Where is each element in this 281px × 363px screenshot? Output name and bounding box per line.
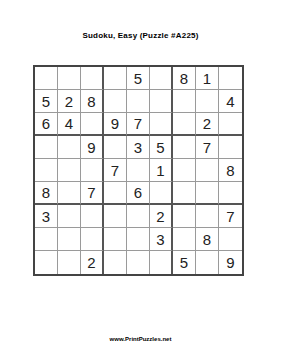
cell-r1c5: 5 (127, 67, 150, 90)
cell-r6c9 (219, 182, 242, 205)
cell-r7c7 (173, 205, 196, 228)
cell-r7c3 (81, 205, 104, 228)
cell-r8c1 (35, 228, 58, 251)
cell-r4c7 (173, 136, 196, 159)
cell-r9c2 (58, 251, 81, 274)
cell-r8c5 (127, 228, 150, 251)
cell-r4c4 (104, 136, 127, 159)
cell-r6c3: 7 (81, 182, 104, 205)
cell-r6c4 (104, 182, 127, 205)
cell-r3c9 (219, 113, 242, 136)
cell-r7c8 (196, 205, 219, 228)
cell-r7c5 (127, 205, 150, 228)
cell-r5c8 (196, 159, 219, 182)
cell-r3c6 (150, 113, 173, 136)
cell-r5c6: 1 (150, 159, 173, 182)
cell-r8c6: 3 (150, 228, 173, 251)
cell-r7c2 (58, 205, 81, 228)
cell-r5c7 (173, 159, 196, 182)
cell-r8c8: 8 (196, 228, 219, 251)
cell-r2c2: 2 (58, 90, 81, 113)
cell-r7c4 (104, 205, 127, 228)
cell-r6c8 (196, 182, 219, 205)
cell-r8c7 (173, 228, 196, 251)
cell-r9c6 (150, 251, 173, 274)
cell-r4c6: 5 (150, 136, 173, 159)
cell-r2c4 (104, 90, 127, 113)
cell-r3c2: 4 (58, 113, 81, 136)
cell-r5c9: 8 (219, 159, 242, 182)
puzzle-title: Sudoku, Easy (Puzzle #A225) (0, 31, 281, 40)
cell-r4c3: 9 (81, 136, 104, 159)
cell-r1c3 (81, 67, 104, 90)
cell-r4c1 (35, 136, 58, 159)
cell-r5c1 (35, 159, 58, 182)
cell-r7c1: 3 (35, 205, 58, 228)
cell-r1c4 (104, 67, 127, 90)
cell-r3c5: 7 (127, 113, 150, 136)
cell-r1c9 (219, 67, 242, 90)
cell-r6c1: 8 (35, 182, 58, 205)
cell-r1c8: 1 (196, 67, 219, 90)
cell-r1c1 (35, 67, 58, 90)
cell-r1c6 (150, 67, 173, 90)
cell-r2c9: 4 (219, 90, 242, 113)
cell-r9c5 (127, 251, 150, 274)
cell-r2c1: 5 (35, 90, 58, 113)
cell-r6c6 (150, 182, 173, 205)
cell-r8c2 (58, 228, 81, 251)
sudoku-page: Sudoku, Easy (Puzzle #A225) 581528464972… (0, 0, 281, 363)
cell-r4c2 (58, 136, 81, 159)
cell-r5c2 (58, 159, 81, 182)
cell-r3c3 (81, 113, 104, 136)
cell-r3c8: 2 (196, 113, 219, 136)
footer-url: www.PrintPuzzles.net (0, 336, 281, 342)
cell-r4c5: 3 (127, 136, 150, 159)
cell-r1c2 (58, 67, 81, 90)
cell-r9c1 (35, 251, 58, 274)
cell-r8c4 (104, 228, 127, 251)
cell-r3c7 (173, 113, 196, 136)
cell-r6c2 (58, 182, 81, 205)
cell-r1c7: 8 (173, 67, 196, 90)
cell-r9c7: 5 (173, 251, 196, 274)
cell-r5c4: 7 (104, 159, 127, 182)
cell-r8c9 (219, 228, 242, 251)
cell-r5c5 (127, 159, 150, 182)
cell-r9c3: 2 (81, 251, 104, 274)
cell-r3c1: 6 (35, 113, 58, 136)
cell-r2c5 (127, 90, 150, 113)
cell-r9c8 (196, 251, 219, 274)
sudoku-board: 581528464972935771887632738259 (33, 65, 244, 276)
cell-r8c3 (81, 228, 104, 251)
cell-r2c8 (196, 90, 219, 113)
cell-r9c9: 9 (219, 251, 242, 274)
cell-r4c9 (219, 136, 242, 159)
cell-r4c8: 7 (196, 136, 219, 159)
cell-r2c3: 8 (81, 90, 104, 113)
cell-r7c9: 7 (219, 205, 242, 228)
cell-r7c6: 2 (150, 205, 173, 228)
cell-r2c7 (173, 90, 196, 113)
cell-r9c4 (104, 251, 127, 274)
cell-r5c3 (81, 159, 104, 182)
cell-r6c7 (173, 182, 196, 205)
cell-r3c4: 9 (104, 113, 127, 136)
cell-r2c6 (150, 90, 173, 113)
cell-r6c5: 6 (127, 182, 150, 205)
